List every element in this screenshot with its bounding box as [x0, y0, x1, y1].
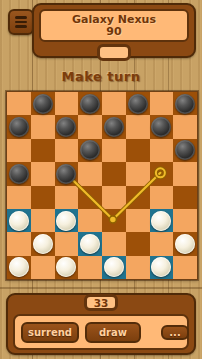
- square-r6c4: [78, 209, 102, 232]
- square-r7c5: [102, 232, 126, 255]
- surrender-button[interactable]: surrend: [21, 322, 79, 343]
- white-piece[interactable]: [33, 234, 53, 254]
- square-r4c7[interactable]: [150, 162, 174, 185]
- square-r4c4: [78, 162, 102, 185]
- menu-button[interactable]: [8, 9, 34, 35]
- square-r2c7[interactable]: [150, 115, 174, 138]
- square-r5c5: [102, 186, 126, 209]
- white-piece[interactable]: [9, 211, 29, 231]
- square-r7c8[interactable]: [173, 232, 197, 255]
- black-piece[interactable]: [80, 140, 100, 160]
- white-piece[interactable]: [104, 257, 124, 277]
- square-r5c2[interactable]: [31, 186, 55, 209]
- black-piece[interactable]: [175, 94, 195, 114]
- square-r7c6[interactable]: [126, 232, 150, 255]
- square-r3c6[interactable]: [126, 139, 150, 162]
- square-r2c6: [126, 115, 150, 138]
- black-piece[interactable]: [175, 140, 195, 160]
- square-r8c2: [31, 256, 55, 279]
- app-screen: Galaxy Nexus 90 Make turn 33 surrend dra…: [0, 0, 202, 359]
- square-r1c2[interactable]: [31, 92, 55, 115]
- square-r8c5[interactable]: [102, 256, 126, 279]
- square-r3c4[interactable]: [78, 139, 102, 162]
- opponent-counter-box: [97, 44, 131, 61]
- square-r1c8[interactable]: [173, 92, 197, 115]
- square-r3c1: [7, 139, 31, 162]
- square-r1c7: [150, 92, 174, 115]
- square-r6c8: [173, 209, 197, 232]
- square-r8c4: [78, 256, 102, 279]
- black-piece[interactable]: [128, 94, 148, 114]
- square-r4c1[interactable]: [7, 162, 31, 185]
- square-r6c2: [31, 209, 55, 232]
- control-inner-panel: surrend draw ...: [13, 314, 189, 350]
- white-piece[interactable]: [151, 211, 171, 231]
- black-piece[interactable]: [151, 117, 171, 137]
- square-r4c6: [126, 162, 150, 185]
- checkers-board[interactable]: [6, 91, 198, 280]
- square-r2c2: [31, 115, 55, 138]
- white-piece[interactable]: [80, 234, 100, 254]
- square-r2c8: [173, 115, 197, 138]
- square-r8c1[interactable]: [7, 256, 31, 279]
- square-r3c2[interactable]: [31, 139, 55, 162]
- more-options-button[interactable]: ...: [161, 325, 189, 340]
- square-r6c5[interactable]: [102, 209, 126, 232]
- black-piece[interactable]: [33, 94, 53, 114]
- square-r5c1: [7, 186, 31, 209]
- square-r2c1[interactable]: [7, 115, 31, 138]
- square-r1c4[interactable]: [78, 92, 102, 115]
- player-score-box: 33: [84, 294, 118, 311]
- square-r5c7: [150, 186, 174, 209]
- square-r3c7: [150, 139, 174, 162]
- square-r6c1[interactable]: [7, 209, 31, 232]
- square-r7c4[interactable]: [78, 232, 102, 255]
- square-r4c2: [31, 162, 55, 185]
- square-r6c3[interactable]: [55, 209, 79, 232]
- square-r5c6[interactable]: [126, 186, 150, 209]
- square-r8c3[interactable]: [55, 256, 79, 279]
- square-r6c6: [126, 209, 150, 232]
- square-r8c7[interactable]: [150, 256, 174, 279]
- square-r7c3: [55, 232, 79, 255]
- white-piece[interactable]: [175, 234, 195, 254]
- black-piece[interactable]: [80, 94, 100, 114]
- square-r7c2[interactable]: [31, 232, 55, 255]
- square-r3c5: [102, 139, 126, 162]
- white-piece[interactable]: [9, 257, 29, 277]
- square-r8c6: [126, 256, 150, 279]
- square-r8c8: [173, 256, 197, 279]
- black-piece[interactable]: [56, 117, 76, 137]
- draw-button[interactable]: draw: [85, 322, 141, 343]
- square-r1c5: [102, 92, 126, 115]
- square-r3c8[interactable]: [173, 139, 197, 162]
- white-piece[interactable]: [151, 257, 171, 277]
- black-piece[interactable]: [9, 164, 29, 184]
- opponent-info-box: Galaxy Nexus 90: [39, 9, 189, 42]
- square-r1c3: [55, 92, 79, 115]
- white-piece[interactable]: [56, 257, 76, 277]
- square-r2c3[interactable]: [55, 115, 79, 138]
- square-r4c8: [173, 162, 197, 185]
- square-r7c7: [150, 232, 174, 255]
- square-r7c1: [7, 232, 31, 255]
- square-r5c4[interactable]: [78, 186, 102, 209]
- white-piece[interactable]: [56, 211, 76, 231]
- square-r4c3[interactable]: [55, 162, 79, 185]
- turn-prompt: Make turn: [0, 69, 202, 84]
- black-piece[interactable]: [9, 117, 29, 137]
- square-r1c6[interactable]: [126, 92, 150, 115]
- square-r1c1: [7, 92, 31, 115]
- square-r6c7[interactable]: [150, 209, 174, 232]
- square-r2c5[interactable]: [102, 115, 126, 138]
- black-piece[interactable]: [104, 117, 124, 137]
- square-r5c8[interactable]: [173, 186, 197, 209]
- black-piece[interactable]: [56, 164, 76, 184]
- opponent-score: 90: [41, 26, 187, 38]
- square-r3c3: [55, 139, 79, 162]
- square-r5c3: [55, 186, 79, 209]
- square-r2c4: [78, 115, 102, 138]
- square-r4c5[interactable]: [102, 162, 126, 185]
